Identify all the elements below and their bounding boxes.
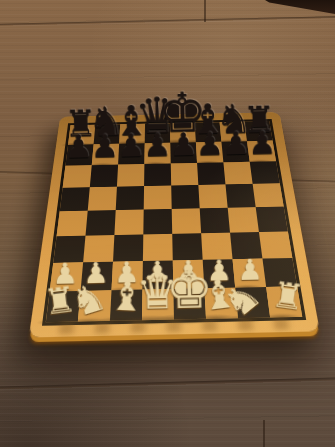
square-a6[interactable] bbox=[63, 165, 92, 188]
white-rook-glyph: ♜ bbox=[270, 277, 306, 316]
chess-board[interactable]: ♜♞♝♛♚♝♞♜♟♟♟♟♟♟♟♟♟♟♟♟♟♟♟♜♞♝♛♚♝♞♜ bbox=[29, 112, 320, 337]
piece-black-pawn-c7[interactable]: ♟ bbox=[118, 143, 145, 164]
square-d7[interactable]: ♟ bbox=[144, 143, 170, 164]
square-b7[interactable]: ♟ bbox=[92, 144, 119, 165]
piece-black-pawn-g7[interactable]: ♟ bbox=[221, 141, 249, 162]
square-e4[interactable] bbox=[172, 208, 201, 234]
square-b6[interactable] bbox=[90, 165, 118, 188]
square-g4[interactable] bbox=[228, 207, 259, 232]
piece-black-pawn-d7[interactable]: ♟ bbox=[144, 143, 170, 164]
square-g7[interactable]: ♟ bbox=[221, 141, 249, 162]
square-h1[interactable]: ♜ bbox=[266, 286, 302, 317]
piece-white-knight-g1[interactable]: ♞ bbox=[235, 287, 270, 318]
square-h7[interactable]: ♟ bbox=[247, 141, 276, 162]
square-b4[interactable] bbox=[85, 210, 115, 236]
piece-black-pawn-f7[interactable]: ♟ bbox=[196, 142, 224, 163]
square-a4[interactable] bbox=[57, 211, 88, 237]
square-a7[interactable]: ♟ bbox=[65, 144, 93, 165]
square-c6[interactable] bbox=[117, 164, 144, 187]
black-pawn-glyph: ♟ bbox=[195, 128, 224, 160]
square-b5[interactable] bbox=[88, 187, 117, 211]
square-d5[interactable] bbox=[144, 186, 172, 210]
square-e6[interactable] bbox=[171, 163, 199, 186]
piece-white-knight-b1[interactable]: ♞ bbox=[78, 290, 112, 321]
square-f6[interactable] bbox=[197, 162, 225, 185]
square-f4[interactable] bbox=[200, 208, 230, 234]
square-f5[interactable] bbox=[198, 184, 227, 208]
board-perspective-wrapper: ♜♞♝♛♚♝♞♜♟♟♟♟♟♟♟♟♟♟♟♟♟♟♟♜♞♝♛♚♝♞♜ bbox=[0, 0, 335, 447]
square-a5[interactable] bbox=[60, 187, 90, 211]
square-h6[interactable] bbox=[250, 161, 280, 184]
square-e5[interactable] bbox=[171, 185, 199, 209]
playing-area: ♜♞♝♛♚♝♞♜♟♟♟♟♟♟♟♟♟♟♟♟♟♟♟♜♞♝♛♚♝♞♜ bbox=[42, 119, 306, 326]
square-f7[interactable]: ♟ bbox=[196, 142, 224, 163]
square-d6[interactable] bbox=[144, 163, 171, 186]
square-e7[interactable]: ♟ bbox=[170, 142, 197, 163]
black-pawn-glyph: ♟ bbox=[64, 131, 93, 163]
piece-shadow bbox=[260, 313, 302, 322]
piece-black-pawn-h7[interactable]: ♟ bbox=[247, 141, 276, 162]
black-pawn-glyph: ♟ bbox=[143, 130, 172, 162]
square-g6[interactable] bbox=[223, 162, 252, 185]
black-pawn-glyph: ♟ bbox=[90, 131, 119, 163]
piece-black-pawn-e7[interactable]: ♟ bbox=[170, 142, 197, 163]
piece-black-pawn-a7[interactable]: ♟ bbox=[65, 144, 93, 165]
black-pawn-glyph: ♟ bbox=[169, 129, 198, 161]
piece-black-pawn-b7[interactable]: ♟ bbox=[92, 144, 119, 165]
square-c7[interactable]: ♟ bbox=[118, 143, 145, 164]
square-h5[interactable] bbox=[253, 183, 284, 207]
square-g5[interactable] bbox=[225, 184, 255, 208]
square-h3[interactable] bbox=[259, 231, 292, 258]
black-pawn-glyph: ♟ bbox=[221, 128, 250, 160]
black-pawn-glyph: ♟ bbox=[248, 127, 277, 159]
square-b1[interactable]: ♞ bbox=[78, 290, 112, 321]
square-c4[interactable] bbox=[114, 209, 143, 235]
square-d4[interactable] bbox=[143, 209, 172, 235]
square-h4[interactable] bbox=[256, 207, 288, 232]
square-g1[interactable]: ♞ bbox=[235, 287, 270, 318]
piece-white-rook-h1[interactable]: ♜ bbox=[266, 286, 302, 317]
black-pawn-glyph: ♟ bbox=[116, 130, 145, 162]
square-c5[interactable] bbox=[116, 186, 144, 210]
